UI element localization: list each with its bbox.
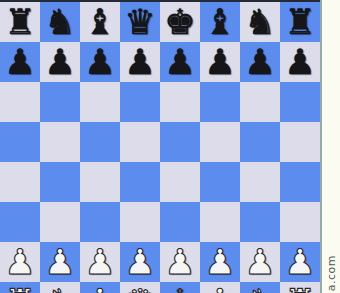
- square-e5[interactable]: [160, 122, 200, 162]
- white-pawn[interactable]: ♟: [204, 242, 235, 282]
- white-bishop[interactable]: ♝: [84, 282, 115, 293]
- white-knight[interactable]: ♞: [244, 282, 275, 293]
- black-bishop[interactable]: ♝: [204, 2, 235, 42]
- square-a3[interactable]: [0, 202, 40, 242]
- black-pawn[interactable]: ♟: [284, 42, 315, 82]
- square-a5[interactable]: [0, 122, 40, 162]
- square-g3[interactable]: [240, 202, 280, 242]
- square-c2[interactable]: ♟: [80, 242, 120, 282]
- right-margin: [322, 0, 340, 293]
- square-b6[interactable]: [40, 82, 80, 122]
- square-d2[interactable]: ♟: [120, 242, 160, 282]
- square-e1[interactable]: ♚: [160, 282, 200, 293]
- square-h6[interactable]: [280, 82, 320, 122]
- square-h2[interactable]: ♟: [280, 242, 320, 282]
- square-h5[interactable]: [280, 122, 320, 162]
- white-king[interactable]: ♚: [164, 282, 195, 293]
- square-g6[interactable]: [240, 82, 280, 122]
- square-h8[interactable]: ♜: [280, 2, 320, 42]
- square-g1[interactable]: ♞: [240, 282, 280, 293]
- square-h1[interactable]: ♜: [280, 282, 320, 293]
- white-knight[interactable]: ♞: [44, 282, 75, 293]
- black-pawn[interactable]: ♟: [4, 42, 35, 82]
- site-watermark: a.com: [325, 255, 338, 291]
- square-h7[interactable]: ♟: [280, 42, 320, 82]
- black-rook[interactable]: ♜: [284, 2, 315, 42]
- white-pawn[interactable]: ♟: [164, 242, 195, 282]
- square-b8[interactable]: ♞: [40, 2, 80, 42]
- square-f7[interactable]: ♟: [200, 42, 240, 82]
- black-pawn[interactable]: ♟: [164, 42, 195, 82]
- black-knight[interactable]: ♞: [244, 2, 275, 42]
- square-e3[interactable]: [160, 202, 200, 242]
- square-b1[interactable]: ♞: [40, 282, 80, 293]
- square-f6[interactable]: [200, 82, 240, 122]
- black-bishop[interactable]: ♝: [84, 2, 115, 42]
- square-a2[interactable]: ♟: [0, 242, 40, 282]
- square-g2[interactable]: ♟: [240, 242, 280, 282]
- square-a4[interactable]: [0, 162, 40, 202]
- square-e6[interactable]: [160, 82, 200, 122]
- square-d5[interactable]: [120, 122, 160, 162]
- square-b4[interactable]: [40, 162, 80, 202]
- square-f3[interactable]: [200, 202, 240, 242]
- white-pawn[interactable]: ♟: [124, 242, 155, 282]
- chess-app-screen: ♜♞♝♛♚♝♞♜♟♟♟♟♟♟♟♟♟♟♟♟♟♟♟♟♜♞♝♛♚♝♞♜ a.com: [0, 0, 340, 293]
- white-pawn[interactable]: ♟: [284, 242, 315, 282]
- white-rook[interactable]: ♜: [4, 282, 35, 293]
- square-e8[interactable]: ♚: [160, 2, 200, 42]
- square-d8[interactable]: ♛: [120, 2, 160, 42]
- white-bishop[interactable]: ♝: [204, 282, 235, 293]
- square-a1[interactable]: ♜: [0, 282, 40, 293]
- black-rook[interactable]: ♜: [4, 2, 35, 42]
- square-f4[interactable]: [200, 162, 240, 202]
- square-f8[interactable]: ♝: [200, 2, 240, 42]
- square-g8[interactable]: ♞: [240, 2, 280, 42]
- square-b7[interactable]: ♟: [40, 42, 80, 82]
- square-g5[interactable]: [240, 122, 280, 162]
- square-b2[interactable]: ♟: [40, 242, 80, 282]
- square-c6[interactable]: [80, 82, 120, 122]
- chess-board: ♜♞♝♛♚♝♞♜♟♟♟♟♟♟♟♟♟♟♟♟♟♟♟♟♜♞♝♛♚♝♞♜: [0, 2, 320, 293]
- square-f2[interactable]: ♟: [200, 242, 240, 282]
- square-d6[interactable]: [120, 82, 160, 122]
- white-pawn[interactable]: ♟: [44, 242, 75, 282]
- black-knight[interactable]: ♞: [44, 2, 75, 42]
- square-c5[interactable]: [80, 122, 120, 162]
- white-pawn[interactable]: ♟: [244, 242, 275, 282]
- square-a8[interactable]: ♜: [0, 2, 40, 42]
- square-c1[interactable]: ♝: [80, 282, 120, 293]
- black-king[interactable]: ♚: [164, 2, 195, 42]
- square-f5[interactable]: [200, 122, 240, 162]
- square-c4[interactable]: [80, 162, 120, 202]
- black-queen[interactable]: ♛: [124, 2, 155, 42]
- square-c8[interactable]: ♝: [80, 2, 120, 42]
- white-pawn[interactable]: ♟: [4, 242, 35, 282]
- white-rook[interactable]: ♜: [284, 282, 315, 293]
- square-e7[interactable]: ♟: [160, 42, 200, 82]
- square-g7[interactable]: ♟: [240, 42, 280, 82]
- black-pawn[interactable]: ♟: [44, 42, 75, 82]
- black-pawn[interactable]: ♟: [124, 42, 155, 82]
- white-queen[interactable]: ♛: [124, 282, 155, 293]
- square-d7[interactable]: ♟: [120, 42, 160, 82]
- square-h3[interactable]: [280, 202, 320, 242]
- square-c7[interactable]: ♟: [80, 42, 120, 82]
- black-pawn[interactable]: ♟: [244, 42, 275, 82]
- square-f1[interactable]: ♝: [200, 282, 240, 293]
- square-e2[interactable]: ♟: [160, 242, 200, 282]
- square-d1[interactable]: ♛: [120, 282, 160, 293]
- square-d4[interactable]: [120, 162, 160, 202]
- square-b5[interactable]: [40, 122, 80, 162]
- white-pawn[interactable]: ♟: [84, 242, 115, 282]
- square-a7[interactable]: ♟: [0, 42, 40, 82]
- square-h4[interactable]: [280, 162, 320, 202]
- square-c3[interactable]: [80, 202, 120, 242]
- black-pawn[interactable]: ♟: [84, 42, 115, 82]
- square-d3[interactable]: [120, 202, 160, 242]
- square-a6[interactable]: [0, 82, 40, 122]
- square-b3[interactable]: [40, 202, 80, 242]
- square-e4[interactable]: [160, 162, 200, 202]
- square-g4[interactable]: [240, 162, 280, 202]
- black-pawn[interactable]: ♟: [204, 42, 235, 82]
